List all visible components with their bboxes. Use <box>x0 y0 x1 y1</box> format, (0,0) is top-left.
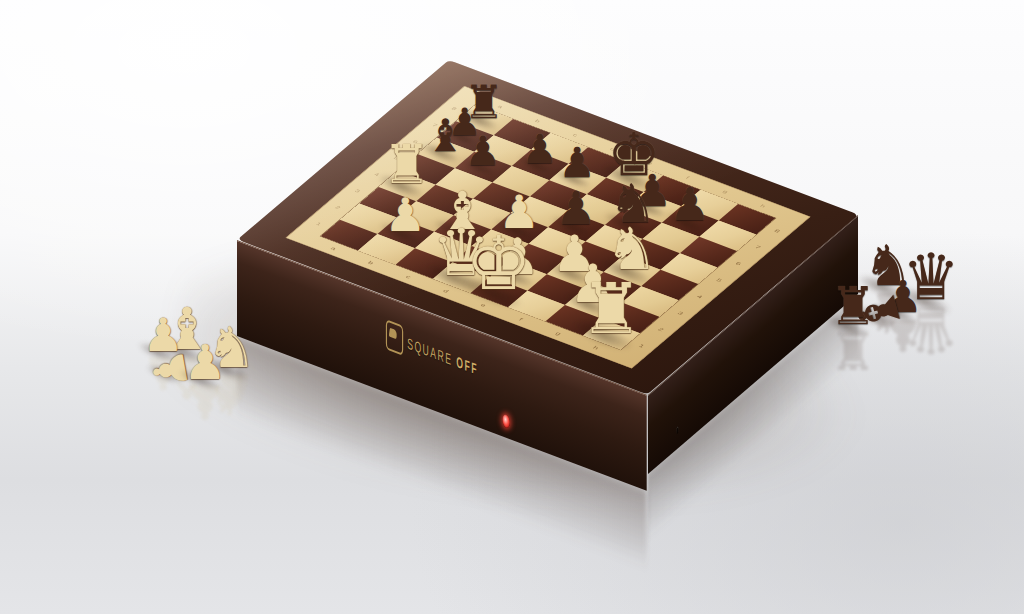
piece-white-king-e1[interactable]: ♚ <box>465 227 531 301</box>
square-off-logo-icon <box>386 319 403 356</box>
scene: SQUARE OFF aa88bb77cc66dd55ee44ff33gg22h… <box>0 0 1024 614</box>
piece-black-pawn-c7[interactable]: ♟ <box>522 130 558 170</box>
piece-white-rook-h1[interactable]: ♜ <box>580 273 643 343</box>
piece-white-rook-a4[interactable]: ♜ <box>383 139 431 192</box>
piece-white-pawn-b2[interactable]: ♟ <box>385 192 427 238</box>
piece-black-pawn-d7[interactable]: ♟ <box>559 143 596 185</box>
piece-white-pawn-tray[interactable]: ♟ <box>183 338 226 386</box>
charging-port <box>676 426 678 435</box>
logo-text: SQUARE OFF <box>407 334 478 378</box>
piece-black-pawn-g7[interactable]: ♟ <box>669 182 710 227</box>
piece-black-bishop-a6[interactable]: ♝ <box>425 114 465 159</box>
square-off-logo: SQUARE OFF <box>386 319 478 384</box>
power-led[interactable] <box>502 413 510 429</box>
piece-black-pawn-b6[interactable]: ♟ <box>465 132 501 173</box>
piece-black-rook-tray[interactable]: ♜ <box>830 280 877 332</box>
